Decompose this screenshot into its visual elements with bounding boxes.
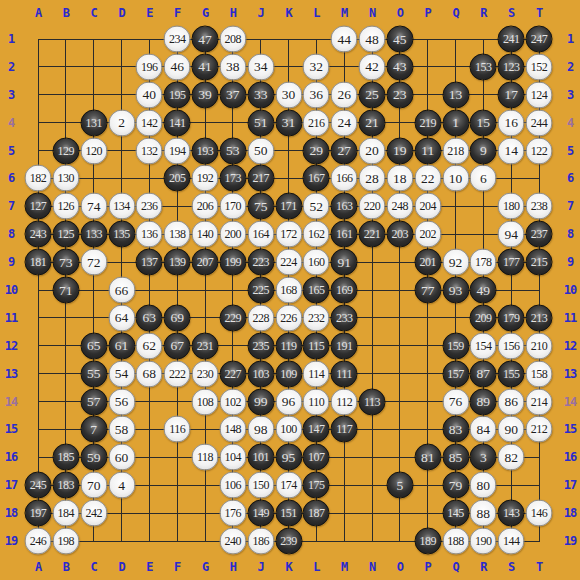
stone-G9[interactable]: 207 (192, 249, 219, 276)
stone-M4[interactable]: 24 (331, 109, 358, 136)
stone-S7[interactable]: 180 (498, 193, 525, 220)
stone-F2[interactable]: 46 (164, 53, 191, 80)
stone-H14[interactable]: 102 (219, 388, 246, 415)
stone-Q9[interactable]: 92 (442, 249, 469, 276)
grid-line (399, 39, 400, 542)
stone-K12[interactable]: 119 (275, 332, 302, 359)
stone-Q19[interactable]: 188 (442, 528, 469, 555)
row-label-left-19: 19 (5, 534, 17, 548)
stone-P5[interactable]: 11 (414, 137, 441, 164)
stone-Q18[interactable]: 145 (442, 500, 469, 527)
stone-O2[interactable]: 43 (386, 53, 413, 80)
row-label-right-16: 16 (564, 450, 576, 464)
stone-C4[interactable]: 131 (80, 109, 107, 136)
stone-M15[interactable]: 117 (331, 416, 358, 443)
stone-B16[interactable]: 185 (52, 444, 79, 471)
stone-N6[interactable]: 28 (359, 165, 386, 192)
stone-S12[interactable]: 156 (498, 332, 525, 359)
stone-L2[interactable]: 32 (303, 53, 330, 80)
stone-R13[interactable]: 87 (470, 360, 497, 387)
stone-E7[interactable]: 236 (136, 193, 163, 220)
stone-E13[interactable]: 68 (136, 360, 163, 387)
stone-B6[interactable]: 130 (52, 165, 79, 192)
stone-T2[interactable]: 152 (526, 53, 553, 80)
col-label-top-O: O (397, 6, 403, 20)
stone-C12[interactable]: 65 (80, 332, 107, 359)
stone-F1[interactable]: 234 (164, 26, 191, 53)
stone-Q14[interactable]: 76 (442, 388, 469, 415)
stone-G1[interactable]: 47 (192, 26, 219, 53)
stone-F15[interactable]: 116 (164, 416, 191, 443)
stone-E12[interactable]: 62 (136, 332, 163, 359)
stone-O1[interactable]: 45 (386, 26, 413, 53)
stone-K13[interactable]: 109 (275, 360, 302, 387)
stone-L18[interactable]: 187 (303, 500, 330, 527)
grid-line (38, 39, 39, 542)
stone-J16[interactable]: 101 (247, 444, 274, 471)
row-label-left-18: 18 (5, 506, 17, 520)
stone-A17[interactable]: 245 (25, 472, 52, 499)
stone-G3[interactable]: 39 (192, 81, 219, 108)
stone-N14[interactable]: 113 (359, 388, 386, 415)
stone-G5[interactable]: 193 (192, 137, 219, 164)
stone-O7[interactable]: 248 (386, 193, 413, 220)
stone-L6[interactable]: 167 (303, 165, 330, 192)
stone-B9[interactable]: 73 (52, 249, 79, 276)
stone-S3[interactable]: 17 (498, 81, 525, 108)
stone-M14[interactable]: 112 (331, 388, 358, 415)
col-label-top-B: B (63, 6, 69, 20)
stone-H18[interactable]: 176 (219, 500, 246, 527)
stone-R14[interactable]: 89 (470, 388, 497, 415)
stone-F5[interactable]: 194 (164, 137, 191, 164)
stone-D14[interactable]: 56 (108, 388, 135, 415)
col-label-top-F: F (174, 6, 180, 20)
stone-D10[interactable]: 66 (108, 277, 135, 304)
stone-R5[interactable]: 9 (470, 137, 497, 164)
stone-M6[interactable]: 166 (331, 165, 358, 192)
stone-L9[interactable]: 160 (303, 249, 330, 276)
col-label-bottom-A: A (35, 560, 41, 574)
stone-P9[interactable]: 201 (414, 249, 441, 276)
stone-J12[interactable]: 235 (247, 332, 274, 359)
stone-R15[interactable]: 84 (470, 416, 497, 443)
stone-K8[interactable]: 172 (275, 221, 302, 248)
stone-S19[interactable]: 144 (498, 528, 525, 555)
stone-Q10[interactable]: 93 (442, 277, 469, 304)
stone-D15[interactable]: 58 (108, 416, 135, 443)
row-label-left-4: 4 (8, 116, 14, 130)
stone-T1[interactable]: 247 (526, 26, 553, 53)
col-label-top-T: T (536, 6, 542, 20)
stone-J14[interactable]: 99 (247, 388, 274, 415)
row-label-left-11: 11 (5, 311, 17, 325)
row-label-right-14: 14 (564, 395, 576, 409)
stone-B8[interactable]: 125 (52, 221, 79, 248)
stone-F8[interactable]: 138 (164, 221, 191, 248)
stone-T13[interactable]: 158 (526, 360, 553, 387)
col-label-bottom-C: C (91, 560, 97, 574)
col-label-bottom-M: M (341, 560, 347, 574)
col-label-top-G: G (202, 6, 208, 20)
stone-L15[interactable]: 147 (303, 416, 330, 443)
stone-L14[interactable]: 110 (303, 388, 330, 415)
stone-K11[interactable]: 226 (275, 304, 302, 331)
stone-G14[interactable]: 108 (192, 388, 219, 415)
row-label-right-19: 19 (564, 534, 576, 548)
stone-M5[interactable]: 27 (331, 137, 358, 164)
stone-C7[interactable]: 74 (80, 193, 107, 220)
stone-L4[interactable]: 216 (303, 109, 330, 136)
stone-K15[interactable]: 100 (275, 416, 302, 443)
stone-J10[interactable]: 225 (247, 277, 274, 304)
stone-R6[interactable]: 6 (470, 165, 497, 192)
stone-A8[interactable]: 243 (25, 221, 52, 248)
stone-R2[interactable]: 153 (470, 53, 497, 80)
stone-K16[interactable]: 95 (275, 444, 302, 471)
stone-R10[interactable]: 49 (470, 277, 497, 304)
stone-T12[interactable]: 210 (526, 332, 553, 359)
stone-P7[interactable]: 204 (414, 193, 441, 220)
stone-R18[interactable]: 88 (470, 500, 497, 527)
col-label-top-L: L (313, 6, 319, 20)
stone-M3[interactable]: 26 (331, 81, 358, 108)
stone-M13[interactable]: 111 (331, 360, 358, 387)
stone-C16[interactable]: 59 (80, 444, 107, 471)
stone-K10[interactable]: 168 (275, 277, 302, 304)
row-label-left-15: 15 (5, 422, 17, 436)
stone-Q3[interactable]: 13 (442, 81, 469, 108)
stone-P4[interactable]: 219 (414, 109, 441, 136)
stone-E9[interactable]: 137 (136, 249, 163, 276)
stone-N2[interactable]: 42 (359, 53, 386, 80)
stone-R12[interactable]: 154 (470, 332, 497, 359)
stone-P8[interactable]: 202 (414, 221, 441, 248)
stone-S11[interactable]: 179 (498, 304, 525, 331)
stone-M11[interactable]: 233 (331, 304, 358, 331)
stone-Q5[interactable]: 218 (442, 137, 469, 164)
stone-Q17[interactable]: 79 (442, 472, 469, 499)
stone-J2[interactable]: 34 (247, 53, 274, 80)
row-label-left-17: 17 (5, 478, 17, 492)
stone-M10[interactable]: 169 (331, 277, 358, 304)
stone-S5[interactable]: 14 (498, 137, 525, 164)
stone-C13[interactable]: 55 (80, 360, 107, 387)
stone-J13[interactable]: 103 (247, 360, 274, 387)
stone-N5[interactable]: 20 (359, 137, 386, 164)
row-label-right-12: 12 (564, 339, 576, 353)
stone-H13[interactable]: 227 (219, 360, 246, 387)
stone-B18[interactable]: 184 (52, 500, 79, 527)
stone-Q15[interactable]: 83 (442, 416, 469, 443)
stone-R17[interactable]: 80 (470, 472, 497, 499)
stone-C18[interactable]: 242 (80, 500, 107, 527)
stone-T8[interactable]: 237 (526, 221, 553, 248)
stone-M12[interactable]: 191 (331, 332, 358, 359)
stone-N4[interactable]: 21 (359, 109, 386, 136)
stone-H17[interactable]: 106 (219, 472, 246, 499)
stone-G2[interactable]: 41 (192, 53, 219, 80)
stone-M7[interactable]: 163 (331, 193, 358, 220)
stone-D16[interactable]: 60 (108, 444, 135, 471)
col-label-bottom-G: G (202, 560, 208, 574)
col-label-top-J: J (258, 6, 264, 20)
stone-L8[interactable]: 162 (303, 221, 330, 248)
stone-J5[interactable]: 50 (247, 137, 274, 164)
stone-F6[interactable]: 205 (164, 165, 191, 192)
stone-T9[interactable]: 215 (526, 249, 553, 276)
stone-H8[interactable]: 200 (219, 221, 246, 248)
stone-Q6[interactable]: 10 (442, 165, 469, 192)
row-label-left-13: 13 (5, 367, 17, 381)
row-label-left-14: 14 (5, 395, 17, 409)
stone-M1[interactable]: 44 (331, 26, 358, 53)
stone-G16[interactable]: 118 (192, 444, 219, 471)
stone-Q13[interactable]: 157 (442, 360, 469, 387)
stone-S18[interactable]: 143 (498, 500, 525, 527)
stone-F13[interactable]: 222 (164, 360, 191, 387)
stone-T18[interactable]: 146 (526, 500, 553, 527)
grid-line (38, 66, 540, 67)
row-label-left-9: 9 (8, 255, 14, 269)
stone-S2[interactable]: 123 (498, 53, 525, 80)
stone-A6[interactable]: 182 (25, 165, 52, 192)
col-label-top-M: M (341, 6, 347, 20)
stone-G13[interactable]: 230 (192, 360, 219, 387)
stone-C14[interactable]: 57 (80, 388, 107, 415)
stone-R11[interactable]: 209 (470, 304, 497, 331)
row-label-left-5: 5 (8, 144, 14, 158)
stone-K7[interactable]: 171 (275, 193, 302, 220)
stone-S8[interactable]: 94 (498, 221, 525, 248)
stone-E8[interactable]: 136 (136, 221, 163, 248)
stone-S14[interactable]: 86 (498, 388, 525, 415)
stone-Q4[interactable]: 1 (442, 109, 469, 136)
stone-A9[interactable]: 181 (25, 249, 52, 276)
stone-D17[interactable]: 4 (108, 472, 135, 499)
stone-M9[interactable]: 91 (331, 249, 358, 276)
stone-H7[interactable]: 170 (219, 193, 246, 220)
stone-N8[interactable]: 221 (359, 221, 386, 248)
row-label-right-9: 9 (567, 255, 573, 269)
stone-H1[interactable]: 208 (219, 26, 246, 53)
row-label-right-7: 7 (567, 199, 573, 213)
col-label-bottom-L: L (313, 560, 319, 574)
stone-E5[interactable]: 132 (136, 137, 163, 164)
stone-S16[interactable]: 82 (498, 444, 525, 471)
row-label-right-15: 15 (564, 422, 576, 436)
stone-D8[interactable]: 135 (108, 221, 135, 248)
col-label-bottom-H: H (230, 560, 236, 574)
stone-B5[interactable]: 129 (52, 137, 79, 164)
row-label-left-16: 16 (5, 450, 17, 464)
stone-C5[interactable]: 120 (80, 137, 107, 164)
row-label-right-8: 8 (567, 227, 573, 241)
col-label-top-N: N (369, 6, 375, 20)
stone-R16[interactable]: 3 (470, 444, 497, 471)
stone-L13[interactable]: 114 (303, 360, 330, 387)
row-label-right-17: 17 (564, 478, 576, 492)
stone-T15[interactable]: 212 (526, 416, 553, 443)
stone-J7[interactable]: 75 (247, 193, 274, 220)
stone-Q16[interactable]: 85 (442, 444, 469, 471)
col-label-top-Q: Q (452, 6, 458, 20)
stone-C8[interactable]: 133 (80, 221, 107, 248)
stone-F4[interactable]: 141 (164, 109, 191, 136)
col-label-top-R: R (480, 6, 486, 20)
stone-Q12[interactable]: 159 (442, 332, 469, 359)
stone-D12[interactable]: 61 (108, 332, 135, 359)
stone-P6[interactable]: 22 (414, 165, 441, 192)
stone-B19[interactable]: 198 (52, 528, 79, 555)
stone-B17[interactable]: 183 (52, 472, 79, 499)
stone-S9[interactable]: 177 (498, 249, 525, 276)
stone-J4[interactable]: 51 (247, 109, 274, 136)
stone-L17[interactable]: 175 (303, 472, 330, 499)
stone-H15[interactable]: 148 (219, 416, 246, 443)
col-label-top-P: P (425, 6, 431, 20)
stone-H16[interactable]: 104 (219, 444, 246, 471)
stone-S15[interactable]: 90 (498, 416, 525, 443)
stone-L3[interactable]: 36 (303, 81, 330, 108)
col-label-bottom-F: F (174, 560, 180, 574)
stone-O6[interactable]: 18 (386, 165, 413, 192)
stone-H5[interactable]: 53 (219, 137, 246, 164)
stone-L10[interactable]: 165 (303, 277, 330, 304)
stone-J17[interactable]: 150 (247, 472, 274, 499)
stone-O3[interactable]: 23 (386, 81, 413, 108)
stone-L16[interactable]: 107 (303, 444, 330, 471)
stone-R4[interactable]: 15 (470, 109, 497, 136)
row-label-right-11: 11 (564, 311, 576, 325)
stone-T7[interactable]: 238 (526, 193, 553, 220)
row-label-left-10: 10 (5, 283, 17, 297)
row-label-right-4: 4 (567, 116, 573, 130)
stone-J15[interactable]: 98 (247, 416, 274, 443)
stone-B10[interactable]: 71 (52, 277, 79, 304)
stone-A19[interactable]: 246 (25, 528, 52, 555)
row-label-right-3: 3 (567, 88, 573, 102)
stone-K4[interactable]: 31 (275, 109, 302, 136)
stone-C17[interactable]: 70 (80, 472, 107, 499)
stone-T3[interactable]: 124 (526, 81, 553, 108)
stone-K19[interactable]: 239 (275, 528, 302, 555)
row-label-left-7: 7 (8, 199, 14, 213)
stone-L11[interactable]: 232 (303, 304, 330, 331)
stone-J18[interactable]: 149 (247, 500, 274, 527)
stone-N3[interactable]: 25 (359, 81, 386, 108)
stone-D13[interactable]: 54 (108, 360, 135, 387)
stone-S1[interactable]: 241 (498, 26, 525, 53)
stone-D11[interactable]: 64 (108, 304, 135, 331)
stone-A18[interactable]: 197 (25, 500, 52, 527)
stone-G6[interactable]: 192 (192, 165, 219, 192)
col-label-bottom-P: P (425, 560, 431, 574)
stone-B7[interactable]: 126 (52, 193, 79, 220)
stone-J6[interactable]: 217 (247, 165, 274, 192)
col-label-bottom-J: J (258, 560, 264, 574)
row-label-left-2: 2 (8, 60, 14, 74)
stone-J3[interactable]: 33 (247, 81, 274, 108)
stone-K9[interactable]: 224 (275, 249, 302, 276)
stone-O5[interactable]: 19 (386, 137, 413, 164)
stone-E2[interactable]: 196 (136, 53, 163, 80)
stone-J19[interactable]: 186 (247, 528, 274, 555)
stone-C9[interactable]: 72 (80, 249, 107, 276)
stone-J8[interactable]: 164 (247, 221, 274, 248)
stone-L7[interactable]: 52 (303, 193, 330, 220)
go-board[interactable]: AABBCCDDEEFFGGHHJJKKLLMMNNOOPPQQRRSSTT11… (0, 0, 580, 580)
stone-K17[interactable]: 174 (275, 472, 302, 499)
stone-J9[interactable]: 223 (247, 249, 274, 276)
stone-T5[interactable]: 122 (526, 137, 553, 164)
stone-P19[interactable]: 189 (414, 528, 441, 555)
stone-N1[interactable]: 48 (359, 26, 386, 53)
stone-K18[interactable]: 151 (275, 500, 302, 527)
stone-S13[interactable]: 155 (498, 360, 525, 387)
stone-H19[interactable]: 240 (219, 528, 246, 555)
stone-F11[interactable]: 69 (164, 304, 191, 331)
stone-K14[interactable]: 96 (275, 388, 302, 415)
stone-D7[interactable]: 134 (108, 193, 135, 220)
stone-D4[interactable]: 2 (108, 109, 135, 136)
stone-G8[interactable]: 140 (192, 221, 219, 248)
stone-T14[interactable]: 214 (526, 388, 553, 415)
stone-E3[interactable]: 40 (136, 81, 163, 108)
stone-H3[interactable]: 37 (219, 81, 246, 108)
stone-H9[interactable]: 199 (219, 249, 246, 276)
stone-A7[interactable]: 127 (25, 193, 52, 220)
stone-E4[interactable]: 142 (136, 109, 163, 136)
col-label-bottom-K: K (285, 560, 291, 574)
stone-T11[interactable]: 213 (526, 304, 553, 331)
stone-R19[interactable]: 190 (470, 528, 497, 555)
stone-O17[interactable]: 5 (386, 472, 413, 499)
stone-S4[interactable]: 16 (498, 109, 525, 136)
col-label-top-A: A (35, 6, 41, 20)
stone-H6[interactable]: 173 (219, 165, 246, 192)
row-label-right-18: 18 (564, 506, 576, 520)
stone-N7[interactable]: 220 (359, 193, 386, 220)
row-label-right-1: 1 (567, 32, 573, 46)
stone-E11[interactable]: 63 (136, 304, 163, 331)
stone-F3[interactable]: 195 (164, 81, 191, 108)
row-label-left-3: 3 (8, 88, 14, 102)
stone-K3[interactable]: 30 (275, 81, 302, 108)
col-label-bottom-R: R (480, 560, 486, 574)
grid-line (38, 39, 540, 40)
stone-M8[interactable]: 161 (331, 221, 358, 248)
stone-L5[interactable]: 29 (303, 137, 330, 164)
stone-P16[interactable]: 81 (414, 444, 441, 471)
stone-C15[interactable]: 7 (80, 416, 107, 443)
stone-F9[interactable]: 139 (164, 249, 191, 276)
stone-T4[interactable]: 244 (526, 109, 553, 136)
stone-H11[interactable]: 229 (219, 304, 246, 331)
col-label-top-S: S (508, 6, 514, 20)
col-label-top-E: E (146, 6, 152, 20)
stone-H2[interactable]: 38 (219, 53, 246, 80)
stone-F12[interactable]: 67 (164, 332, 191, 359)
stone-G12[interactable]: 231 (192, 332, 219, 359)
row-label-left-8: 8 (8, 227, 14, 241)
stone-R9[interactable]: 178 (470, 249, 497, 276)
stone-G7[interactable]: 206 (192, 193, 219, 220)
stone-P10[interactable]: 77 (414, 277, 441, 304)
stone-J11[interactable]: 228 (247, 304, 274, 331)
stone-O8[interactable]: 203 (386, 221, 413, 248)
stone-L12[interactable]: 115 (303, 332, 330, 359)
